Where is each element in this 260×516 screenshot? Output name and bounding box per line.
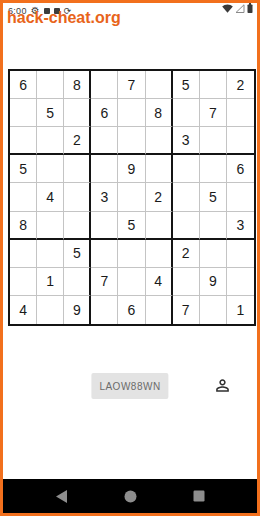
sudoku-cell-r3c9[interactable]: [227, 127, 254, 155]
signal-icon: [235, 0, 245, 17]
sudoku-cell-r9c5[interactable]: 6: [118, 296, 145, 324]
sudoku-cell-r2c1[interactable]: [10, 99, 37, 127]
navigation-bar: [3, 479, 257, 513]
status-bar-right: [222, 7, 253, 17]
sudoku-cell-r6c9[interactable]: 3: [227, 212, 254, 240]
sudoku-cell-r5c3[interactable]: [64, 183, 91, 211]
sudoku-cell-r8c3[interactable]: [64, 268, 91, 296]
recents-icon[interactable]: [189, 486, 209, 506]
sudoku-cell-r2c3[interactable]: [64, 99, 91, 127]
sudoku-cell-r2c2[interactable]: 5: [37, 99, 64, 127]
sudoku-cell-r5c2[interactable]: 4: [37, 183, 64, 211]
sudoku-cell-r9c4[interactable]: [91, 296, 118, 324]
sudoku-cell-r8c1[interactable]: [10, 268, 37, 296]
sudoku-cell-r4c5[interactable]: 9: [118, 155, 145, 183]
sudoku-cell-r7c6[interactable]: [146, 240, 173, 268]
battery-icon: [247, 0, 253, 17]
sudoku-cell-r3c1[interactable]: [10, 127, 37, 155]
sudoku-cell-r7c5[interactable]: [118, 240, 145, 268]
sudoku-cell-r5c8[interactable]: 5: [200, 183, 227, 211]
sudoku-grid: 68752568723596432585352174949671: [8, 69, 256, 326]
sudoku-cell-r4c2[interactable]: [37, 155, 64, 183]
footer-row: LAOW88WN: [3, 371, 257, 401]
sudoku-cell-r9c1[interactable]: 4: [10, 296, 37, 324]
sudoku-cell-r5c4[interactable]: 3: [91, 183, 118, 211]
sudoku-cell-r4c1[interactable]: 5: [10, 155, 37, 183]
wifi-icon: [222, 0, 233, 17]
sudoku-cell-r4c4[interactable]: [91, 155, 118, 183]
sudoku-cell-r7c2[interactable]: [37, 240, 64, 268]
sudoku-cell-r5c7[interactable]: [173, 183, 200, 211]
sudoku-cell-r1c5[interactable]: 7: [118, 71, 145, 99]
watermark-text: hack-cheat.org: [7, 9, 121, 27]
sudoku-cell-r7c1[interactable]: [10, 240, 37, 268]
sudoku-cell-r2c4[interactable]: 6: [91, 99, 118, 127]
sudoku-cell-r3c5[interactable]: [118, 127, 145, 155]
sudoku-cell-r2c7[interactable]: [173, 99, 200, 127]
sudoku-cell-r5c6[interactable]: 2: [146, 183, 173, 211]
sudoku-cell-r7c8[interactable]: [200, 240, 227, 268]
sudoku-cell-r6c2[interactable]: [37, 212, 64, 240]
sudoku-cell-r3c3[interactable]: 2: [64, 127, 91, 155]
back-icon[interactable]: [52, 486, 72, 506]
sudoku-cell-r2c9[interactable]: [227, 99, 254, 127]
sudoku-cell-r4c8[interactable]: [200, 155, 227, 183]
sudoku-cell-r3c6[interactable]: [146, 127, 173, 155]
code-button[interactable]: LAOW88WN: [91, 373, 168, 399]
sudoku-cell-r1c4[interactable]: [91, 71, 118, 99]
sudoku-cell-r6c7[interactable]: [173, 212, 200, 240]
sudoku-cell-r3c4[interactable]: [91, 127, 118, 155]
sudoku-cell-r1c1[interactable]: 6: [10, 71, 37, 99]
sudoku-cell-r7c4[interactable]: [91, 240, 118, 268]
sudoku-cell-r2c5[interactable]: [118, 99, 145, 127]
sudoku-cell-r1c3[interactable]: 8: [64, 71, 91, 99]
sudoku-cell-r7c7[interactable]: 2: [173, 240, 200, 268]
sudoku-cell-r4c7[interactable]: [173, 155, 200, 183]
sudoku-cell-r8c4[interactable]: 7: [91, 268, 118, 296]
sudoku-cell-r6c3[interactable]: [64, 212, 91, 240]
sudoku-cell-r5c5[interactable]: [118, 183, 145, 211]
sudoku-cell-r9c7[interactable]: 7: [173, 296, 200, 324]
sudoku-cell-r9c9[interactable]: 1: [227, 296, 254, 324]
sudoku-cell-r1c6[interactable]: [146, 71, 173, 99]
sudoku-cell-r2c6[interactable]: 8: [146, 99, 173, 127]
sudoku-cell-r1c7[interactable]: 5: [173, 71, 200, 99]
sudoku-cell-r8c5[interactable]: [118, 268, 145, 296]
sudoku-cell-r3c2[interactable]: [37, 127, 64, 155]
sudoku-cell-r4c3[interactable]: [64, 155, 91, 183]
person-outline-icon[interactable]: [211, 374, 233, 396]
sudoku-cell-r7c3[interactable]: 5: [64, 240, 91, 268]
sudoku-cell-r1c2[interactable]: [37, 71, 64, 99]
sudoku-cell-r7c9[interactable]: [227, 240, 254, 268]
sudoku-cell-r2c8[interactable]: 7: [200, 99, 227, 127]
sudoku-cell-r3c8[interactable]: [200, 127, 227, 155]
sudoku-cell-r9c6[interactable]: [146, 296, 173, 324]
sudoku-cell-r4c6[interactable]: [146, 155, 173, 183]
sudoku-cell-r6c6[interactable]: [146, 212, 173, 240]
sudoku-cell-r6c5[interactable]: 5: [118, 212, 145, 240]
sudoku-cell-r5c1[interactable]: [10, 183, 37, 211]
sudoku-cell-r1c8[interactable]: [200, 71, 227, 99]
sudoku-cell-r3c7[interactable]: 3: [173, 127, 200, 155]
sudoku-cell-r6c4[interactable]: [91, 212, 118, 240]
home-icon[interactable]: [120, 486, 140, 506]
sudoku-cell-r8c2[interactable]: 1: [37, 268, 64, 296]
phone-screen: 6:00 ⚙ ⟳ hack-cheat.org 6875256872359643…: [0, 0, 260, 516]
sudoku-cell-r1c9[interactable]: 2: [227, 71, 254, 99]
sudoku-cell-r4c9[interactable]: 6: [227, 155, 254, 183]
sudoku-cell-r8c6[interactable]: 4: [146, 268, 173, 296]
sudoku-cell-r9c2[interactable]: [37, 296, 64, 324]
sudoku-cell-r9c8[interactable]: [200, 296, 227, 324]
sudoku-cell-r6c8[interactable]: [200, 212, 227, 240]
sudoku-cell-r5c9[interactable]: [227, 183, 254, 211]
sudoku-cell-r8c9[interactable]: [227, 268, 254, 296]
sudoku-cell-r6c1[interactable]: 8: [10, 212, 37, 240]
sudoku-cell-r8c8[interactable]: 9: [200, 268, 227, 296]
sudoku-cell-r8c7[interactable]: [173, 268, 200, 296]
sudoku-cell-r9c3[interactable]: 9: [64, 296, 91, 324]
